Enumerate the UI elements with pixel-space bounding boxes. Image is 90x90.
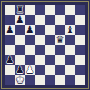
square-a8[interactable] <box>5 5 15 15</box>
square-h7[interactable] <box>75 15 85 25</box>
square-e8[interactable] <box>45 5 55 15</box>
square-a5[interactable] <box>5 35 15 45</box>
chess-board: ♜♟♟♟♝♛♟♟♟♚ <box>5 5 85 85</box>
square-f5[interactable]: ♛ <box>55 35 65 45</box>
black-rook: ♜ <box>16 5 25 15</box>
square-a3[interactable]: ♟ <box>5 55 15 65</box>
square-g6[interactable]: ♝ <box>65 25 75 35</box>
square-c1[interactable] <box>25 75 35 85</box>
black-queen: ♛ <box>56 35 65 45</box>
square-d8[interactable] <box>35 5 45 15</box>
square-a1[interactable] <box>5 75 15 85</box>
square-d3[interactable] <box>35 55 45 65</box>
square-g3[interactable] <box>65 55 75 65</box>
square-b3[interactable] <box>15 55 25 65</box>
square-g7[interactable] <box>65 15 75 25</box>
square-d2[interactable] <box>35 65 45 75</box>
square-b6[interactable] <box>15 25 25 35</box>
square-g1[interactable] <box>65 75 75 85</box>
square-g8[interactable] <box>65 5 75 15</box>
square-a2[interactable] <box>5 65 15 75</box>
black-bishop: ♝ <box>66 25 75 35</box>
square-e6[interactable] <box>45 25 55 35</box>
square-c6[interactable]: ♟ <box>25 25 35 35</box>
square-h6[interactable] <box>75 25 85 35</box>
square-c7[interactable] <box>25 15 35 25</box>
square-b8[interactable]: ♜ <box>15 5 25 15</box>
square-e7[interactable] <box>45 15 55 25</box>
black-pawn: ♟ <box>26 25 35 35</box>
square-c2[interactable]: ♟ <box>25 65 35 75</box>
square-a7[interactable] <box>5 15 15 25</box>
square-b4[interactable] <box>15 45 25 55</box>
square-d7[interactable] <box>35 15 45 25</box>
square-h5[interactable] <box>75 35 85 45</box>
square-e3[interactable] <box>45 55 55 65</box>
square-g2[interactable] <box>65 65 75 75</box>
square-c4[interactable] <box>25 45 35 55</box>
square-e5[interactable] <box>45 35 55 45</box>
square-f1[interactable] <box>55 75 65 85</box>
square-h4[interactable] <box>75 45 85 55</box>
square-f2[interactable] <box>55 65 65 75</box>
square-c3[interactable] <box>25 55 35 65</box>
square-f6[interactable] <box>55 25 65 35</box>
square-a4[interactable] <box>5 45 15 55</box>
square-b2[interactable]: ♟ <box>15 65 25 75</box>
square-a6[interactable]: ♟ <box>5 25 15 35</box>
square-f8[interactable] <box>55 5 65 15</box>
square-d5[interactable] <box>35 35 45 45</box>
square-e1[interactable] <box>45 75 55 85</box>
square-d4[interactable] <box>35 45 45 55</box>
black-pawn: ♟ <box>16 65 25 75</box>
square-f7[interactable] <box>55 15 65 25</box>
square-g4[interactable] <box>65 45 75 55</box>
square-b1[interactable]: ♚ <box>15 75 25 85</box>
square-g5[interactable] <box>65 35 75 45</box>
square-f3[interactable] <box>55 55 65 65</box>
square-h1[interactable] <box>75 75 85 85</box>
white-king: ♚ <box>16 75 25 85</box>
square-f4[interactable] <box>55 45 65 55</box>
square-d1[interactable] <box>35 75 45 85</box>
square-c5[interactable] <box>25 35 35 45</box>
black-pawn: ♟ <box>16 15 25 25</box>
chess-board-frame: ♜♟♟♟♝♛♟♟♟♚ <box>0 0 90 90</box>
white-pawn: ♟ <box>26 65 35 75</box>
square-b7[interactable]: ♟ <box>15 15 25 25</box>
square-h2[interactable] <box>75 65 85 75</box>
square-c8[interactable] <box>25 5 35 15</box>
square-d6[interactable] <box>35 25 45 35</box>
square-e2[interactable] <box>45 65 55 75</box>
black-pawn: ♟ <box>6 25 15 35</box>
square-b5[interactable] <box>15 35 25 45</box>
square-e4[interactable] <box>45 45 55 55</box>
square-h3[interactable] <box>75 55 85 65</box>
black-pawn: ♟ <box>6 55 15 65</box>
square-h8[interactable] <box>75 5 85 15</box>
